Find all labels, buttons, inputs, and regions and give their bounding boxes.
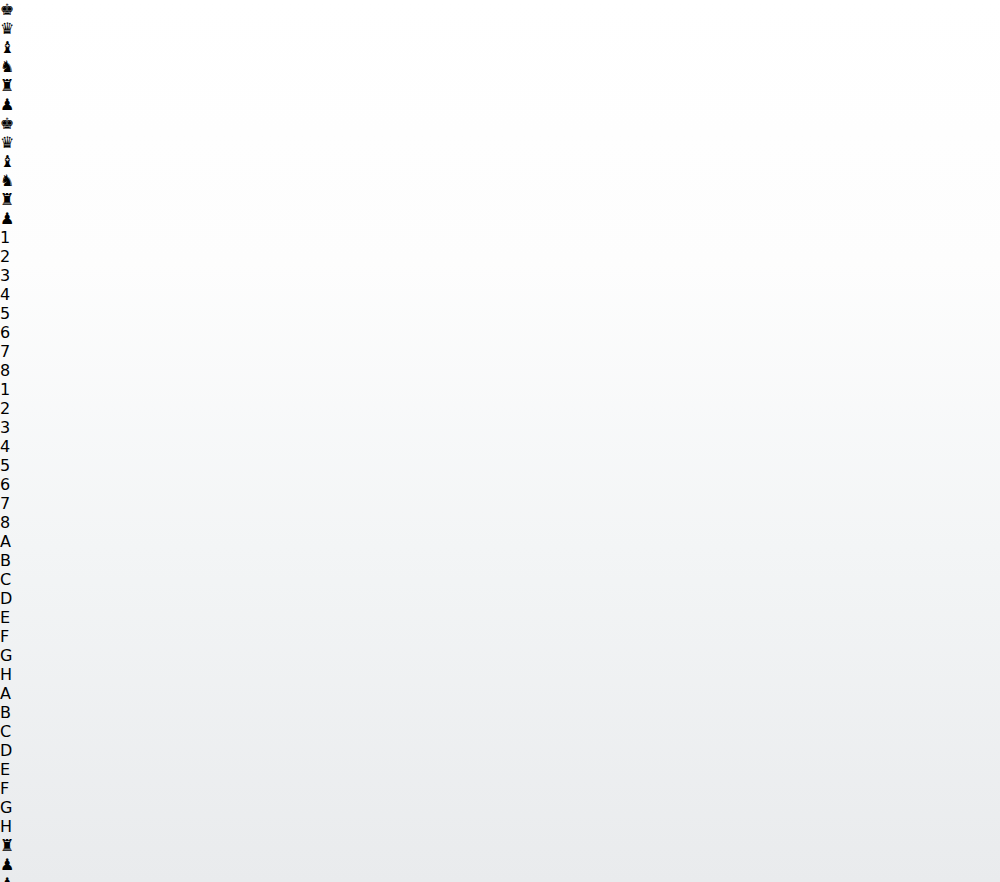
coordinate-label: 8 — [0, 361, 10, 380]
file-label-d: D — [0, 741, 1000, 760]
coordinate-label: E — [0, 760, 10, 779]
black-king-icon: ♚ — [0, 114, 14, 133]
file-label-e: E — [0, 760, 1000, 779]
rank-label-3: 3 — [0, 266, 1000, 285]
coordinate-label: 2 — [0, 399, 10, 418]
coordinate-label: 6 — [0, 323, 10, 342]
file-label-g: G — [0, 646, 1000, 665]
file-label-c: C — [0, 722, 1000, 741]
white-bishop-icon: ♝ — [0, 38, 14, 57]
lineup-dark-bishop: ♝ — [0, 152, 1000, 171]
lineup-light-bishop: ♝ — [0, 38, 1000, 57]
file-label-a: A — [0, 532, 1000, 551]
rank-labels-far: 12345678 — [0, 228, 1000, 380]
rank-label-1: 1 — [0, 380, 1000, 399]
file-label-b: B — [0, 551, 1000, 570]
file-label-g: G — [0, 798, 1000, 817]
coordinate-label: 1 — [0, 380, 10, 399]
lineup-dark-queen: ♛ — [0, 133, 1000, 152]
rank-label-5: 5 — [0, 456, 1000, 475]
lineup-dark-pieces: ♚ ♛ ♝ ♞ ♜ ♟ — [0, 114, 1000, 228]
rank-label-1: 1 — [0, 228, 1000, 247]
piece-dark-pawn-a2: ♟ — [0, 855, 1000, 874]
square-a2: ♟ — [0, 855, 1000, 874]
board-grid: ♜♟♟♜♞♟♟♞♝♟♟♝♚♟♟♛♛♟♟♚♝♟♟♝♞♟♟♞♜♟♟♜ — [0, 836, 1000, 882]
chess-board: 12345678 12345678 ABCDEFGH ABCDEFGH ♜♟♟♜… — [0, 228, 1000, 882]
coordinate-label: C — [0, 722, 11, 741]
coordinate-label: G — [0, 798, 12, 817]
coordinate-label: 8 — [0, 513, 10, 532]
square-a1: ♜ — [0, 836, 1000, 855]
file-label-b: B — [0, 703, 1000, 722]
file-label-h: H — [0, 817, 1000, 836]
rank-label-6: 6 — [0, 323, 1000, 342]
black-pawn-icon: ♟ — [0, 209, 14, 228]
coordinate-label: 4 — [0, 437, 10, 456]
coordinate-label: F — [0, 779, 9, 798]
lineup-light-knight: ♞ — [0, 57, 1000, 76]
coordinate-label: 3 — [0, 418, 10, 437]
rank-label-2: 2 — [0, 399, 1000, 418]
coordinate-label: 6 — [0, 475, 10, 494]
white-rook-icon: ♜ — [0, 76, 14, 95]
coordinate-label: 4 — [0, 285, 10, 304]
black-rook-icon: ♜ — [0, 190, 14, 209]
rank-labels-near: 12345678 — [0, 380, 1000, 532]
coordinate-label: 7 — [0, 342, 10, 361]
coordinate-label: D — [0, 741, 12, 760]
square-a7: ♟ — [0, 874, 1000, 882]
coordinate-label: F — [0, 627, 9, 646]
lineup-light-pieces: ♚ ♛ ♝ ♞ ♜ ♟ — [0, 0, 1000, 114]
coordinate-label: 3 — [0, 266, 10, 285]
file-label-h: H — [0, 665, 1000, 684]
white-pawn-icon: ♟ — [0, 95, 14, 114]
coordinate-label: E — [0, 608, 10, 627]
rank-label-3: 3 — [0, 418, 1000, 437]
black-rook-icon: ♜ — [0, 836, 14, 855]
chess-set-photo: ♚ ♛ ♝ ♞ ♜ ♟ ♚ ♛ ♝ ♞ ♜ ♟ 12345678 1234567… — [0, 0, 1000, 882]
coordinate-label: G — [0, 646, 12, 665]
file-labels-far: ABCDEFGH — [0, 532, 1000, 684]
rank-label-7: 7 — [0, 342, 1000, 361]
rank-label-4: 4 — [0, 437, 1000, 456]
rank-label-8: 8 — [0, 361, 1000, 380]
rank-label-6: 6 — [0, 475, 1000, 494]
coordinate-label: A — [0, 532, 11, 551]
board-scene: 12345678 12345678 ABCDEFGH ABCDEFGH ♜♟♟♜… — [0, 228, 1000, 882]
coordinate-label: 2 — [0, 247, 10, 266]
coordinate-label: B — [0, 703, 11, 722]
coordinate-label: 5 — [0, 456, 10, 475]
file-labels-near: ABCDEFGH — [0, 684, 1000, 836]
white-king-icon: ♚ — [0, 0, 14, 19]
coordinate-label: 1 — [0, 228, 10, 247]
piece-light-pawn-a7: ♟ — [0, 874, 1000, 882]
black-bishop-icon: ♝ — [0, 152, 14, 171]
black-knight-icon: ♞ — [0, 171, 14, 190]
file-label-e: E — [0, 608, 1000, 627]
black-pawn-icon: ♟ — [0, 855, 14, 874]
rank-label-4: 4 — [0, 285, 1000, 304]
coordinate-label: D — [0, 589, 12, 608]
file-label-f: F — [0, 779, 1000, 798]
white-pawn-icon: ♟ — [0, 874, 14, 882]
rank-label-2: 2 — [0, 247, 1000, 266]
lineup-light-rook: ♜ — [0, 76, 1000, 95]
file-label-c: C — [0, 570, 1000, 589]
lineup-light-king: ♚ — [0, 0, 1000, 19]
coordinate-label: 5 — [0, 304, 10, 323]
rank-label-7: 7 — [0, 494, 1000, 513]
file-label-f: F — [0, 627, 1000, 646]
lineup-dark-king: ♚ — [0, 114, 1000, 133]
coordinate-label: A — [0, 684, 11, 703]
lineup-light-queen: ♛ — [0, 19, 1000, 38]
rank-label-5: 5 — [0, 304, 1000, 323]
piece-dark-rook-a1: ♜ — [0, 836, 1000, 855]
file-label-d: D — [0, 589, 1000, 608]
lineup-dark-knight: ♞ — [0, 171, 1000, 190]
white-queen-icon: ♛ — [0, 19, 14, 38]
coordinate-label: 7 — [0, 494, 10, 513]
coordinate-label: B — [0, 551, 11, 570]
rank-label-8: 8 — [0, 513, 1000, 532]
file-label-a: A — [0, 684, 1000, 703]
coordinate-label: C — [0, 570, 11, 589]
lineup-dark-pawn: ♟ — [0, 209, 1000, 228]
black-queen-icon: ♛ — [0, 133, 14, 152]
lineup-light-pawn: ♟ — [0, 95, 1000, 114]
white-knight-icon: ♞ — [0, 57, 14, 76]
coordinate-label: H — [0, 665, 12, 684]
lineup-dark-rook: ♜ — [0, 190, 1000, 209]
coordinate-label: H — [0, 817, 12, 836]
